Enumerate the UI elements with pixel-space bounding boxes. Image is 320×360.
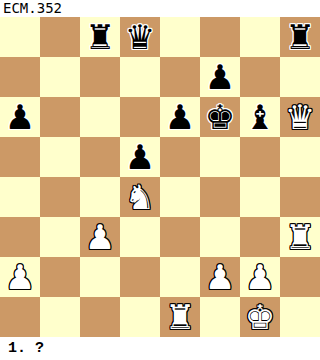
square-d1[interactable] (120, 297, 160, 337)
square-h1[interactable] (280, 297, 320, 337)
diagram-title: ECM.352 (0, 0, 320, 17)
square-a8[interactable] (0, 17, 40, 57)
square-h3[interactable]: ♜ (280, 217, 320, 257)
square-f4[interactable] (200, 177, 240, 217)
black-pawn[interactable]: ♟ (5, 97, 35, 137)
square-h2[interactable] (280, 257, 320, 297)
square-a4[interactable] (0, 177, 40, 217)
square-h8[interactable]: ♜ (280, 17, 320, 57)
square-c5[interactable] (80, 137, 120, 177)
square-d4[interactable]: ♞ (120, 177, 160, 217)
black-pawn[interactable]: ♟ (205, 57, 235, 97)
square-f7[interactable]: ♟ (200, 57, 240, 97)
square-d8[interactable]: ♛ (120, 17, 160, 57)
square-c8[interactable]: ♜ (80, 17, 120, 57)
square-h4[interactable] (280, 177, 320, 217)
white-pawn[interactable]: ♟ (245, 257, 275, 297)
square-g1[interactable]: ♚ (240, 297, 280, 337)
white-pawn[interactable]: ♟ (5, 257, 35, 297)
white-rook[interactable]: ♜ (285, 217, 315, 257)
black-pawn[interactable]: ♟ (125, 137, 155, 177)
black-bishop[interactable]: ♝ (245, 97, 275, 137)
chess-board: ♜♛♜♟♟♟♚♝♛♟♞♟♜♟♟♟♜♚ (0, 17, 320, 337)
square-d2[interactable] (120, 257, 160, 297)
square-e8[interactable] (160, 17, 200, 57)
square-h5[interactable] (280, 137, 320, 177)
square-g5[interactable] (240, 137, 280, 177)
square-e4[interactable] (160, 177, 200, 217)
square-f5[interactable] (200, 137, 240, 177)
black-king[interactable]: ♚ (205, 97, 235, 137)
square-e6[interactable]: ♟ (160, 97, 200, 137)
move-prompt: 1. ? (0, 337, 320, 360)
square-c3[interactable]: ♟ (80, 217, 120, 257)
square-c4[interactable] (80, 177, 120, 217)
square-g3[interactable] (240, 217, 280, 257)
square-a7[interactable] (0, 57, 40, 97)
square-d5[interactable]: ♟ (120, 137, 160, 177)
white-knight[interactable]: ♞ (125, 177, 155, 217)
square-b8[interactable] (40, 17, 80, 57)
square-d7[interactable] (120, 57, 160, 97)
white-pawn[interactable]: ♟ (85, 217, 115, 257)
white-queen[interactable]: ♛ (285, 97, 315, 137)
square-h7[interactable] (280, 57, 320, 97)
square-c2[interactable] (80, 257, 120, 297)
square-b7[interactable] (40, 57, 80, 97)
square-b2[interactable] (40, 257, 80, 297)
square-c1[interactable] (80, 297, 120, 337)
square-a1[interactable] (0, 297, 40, 337)
square-f2[interactable]: ♟ (200, 257, 240, 297)
square-a3[interactable] (0, 217, 40, 257)
square-b1[interactable] (40, 297, 80, 337)
black-pawn[interactable]: ♟ (165, 97, 195, 137)
square-e3[interactable] (160, 217, 200, 257)
square-b3[interactable] (40, 217, 80, 257)
square-g6[interactable]: ♝ (240, 97, 280, 137)
square-d3[interactable] (120, 217, 160, 257)
white-pawn[interactable]: ♟ (205, 257, 235, 297)
square-h6[interactable]: ♛ (280, 97, 320, 137)
square-e5[interactable] (160, 137, 200, 177)
square-f3[interactable] (200, 217, 240, 257)
square-g2[interactable]: ♟ (240, 257, 280, 297)
square-c7[interactable] (80, 57, 120, 97)
square-g4[interactable] (240, 177, 280, 217)
square-e1[interactable]: ♜ (160, 297, 200, 337)
square-a6[interactable]: ♟ (0, 97, 40, 137)
square-b5[interactable] (40, 137, 80, 177)
square-g7[interactable] (240, 57, 280, 97)
square-c6[interactable] (80, 97, 120, 137)
square-e2[interactable] (160, 257, 200, 297)
square-f1[interactable] (200, 297, 240, 337)
white-rook[interactable]: ♜ (165, 297, 195, 337)
square-d6[interactable] (120, 97, 160, 137)
white-king[interactable]: ♚ (245, 297, 275, 337)
square-b6[interactable] (40, 97, 80, 137)
square-b4[interactable] (40, 177, 80, 217)
square-f8[interactable] (200, 17, 240, 57)
square-e7[interactable] (160, 57, 200, 97)
black-rook[interactable]: ♜ (285, 17, 315, 57)
square-a5[interactable] (0, 137, 40, 177)
square-a2[interactable]: ♟ (0, 257, 40, 297)
square-g8[interactable] (240, 17, 280, 57)
black-queen[interactable]: ♛ (125, 17, 155, 57)
square-f6[interactable]: ♚ (200, 97, 240, 137)
black-rook[interactable]: ♜ (85, 17, 115, 57)
